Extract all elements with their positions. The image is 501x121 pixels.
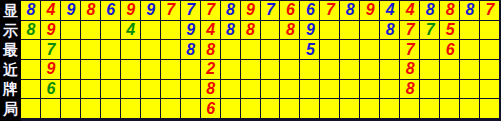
round-digit: 8: [186, 42, 194, 58]
grid-cell-r5c16: [320, 80, 339, 99]
grid-cell-r2c15: 9: [300, 21, 319, 40]
grid-cell-r6c13: [261, 99, 280, 118]
grid-cell-r3c2: 7: [41, 40, 60, 59]
grid-cell-r3c21: [420, 40, 439, 59]
grid-cell-r2c21: 7: [420, 21, 439, 40]
round-digit: 5: [306, 42, 314, 58]
grid-cell-r5c13: [261, 80, 280, 99]
grid-cell-r6c3: [61, 99, 80, 118]
grid-cell-r1c20: 4: [400, 1, 419, 20]
grid-cell-r2c14: 8: [280, 21, 299, 40]
grid-cell-r2c2: 9: [41, 21, 60, 40]
grid-cell-r1c3: 9: [61, 1, 80, 20]
round-digit: 7: [426, 22, 434, 38]
grid-cell-r5c18: [360, 80, 379, 99]
round-digit: 8: [86, 2, 94, 18]
round-digit: 8: [226, 2, 234, 18]
grid-cell-r5c12: [241, 80, 260, 99]
round-digit: 7: [406, 22, 414, 38]
grid-cell-r6c21: [420, 99, 439, 118]
round-digit: 8: [406, 81, 414, 97]
round-digit: 4: [206, 22, 214, 38]
grid-cell-r3c7: [141, 40, 160, 59]
grid-cell-r1c1: 8: [21, 1, 40, 20]
grid-cell-r3c4: [81, 40, 100, 59]
round-digit: 6: [106, 2, 114, 18]
grid-cell-r1c17: 8: [340, 1, 359, 20]
grid-cell-r6c19: [380, 99, 399, 118]
grid-cell-r1c12: 9: [241, 1, 260, 20]
grid-cell-r4c3: [61, 60, 80, 79]
grid-cell-r4c2: 9: [41, 60, 60, 79]
grid-cell-r3c13: [261, 40, 280, 59]
grid-cell-r5c3: [61, 80, 80, 99]
grid-cell-r1c2: 4: [41, 1, 60, 20]
round-digit: 7: [186, 2, 194, 18]
rounds-grid: 8498699777897667894488878949488898775788…: [21, 0, 501, 121]
round-digit: 8: [426, 2, 434, 18]
round-digit: 9: [366, 2, 374, 18]
grid-cell-r5c5: [101, 80, 120, 99]
grid-cell-r4c23: [460, 60, 479, 79]
grid-cell-r6c15: [300, 99, 319, 118]
grid-cell-r2c5: [101, 21, 120, 40]
grid-cell-r4c9: [181, 60, 200, 79]
panel-title-vertical: 显 示 最 近 牌 局: [0, 0, 21, 121]
grid-cell-r4c5: [101, 60, 120, 79]
grid-cell-r6c8: [161, 99, 180, 118]
grid-cell-r1c18: 9: [360, 1, 379, 20]
grid-cell-r3c15: 5: [300, 40, 319, 59]
grid-cell-r3c3: [61, 40, 80, 59]
grid-cell-r3c12: [241, 40, 260, 59]
round-digit: 7: [166, 2, 174, 18]
grid-cell-r6c16: [320, 99, 339, 118]
grid-cell-r5c23: [460, 80, 479, 99]
round-digit: 6: [306, 2, 314, 18]
grid-cell-r5c7: [141, 80, 160, 99]
grid-cell-r4c24: [480, 60, 499, 79]
title-char-2: 示: [0, 21, 21, 41]
grid-cell-r4c4: [81, 60, 100, 79]
grid-cell-r4c20: 8: [400, 60, 419, 79]
grid-cell-r4c19: [380, 60, 399, 79]
grid-cell-r6c12: [241, 99, 260, 118]
round-digit: 6: [286, 2, 294, 18]
round-digit: 9: [186, 22, 194, 38]
grid-cell-r1c22: 8: [440, 1, 459, 20]
grid-cell-r2c8: [161, 21, 180, 40]
grid-cell-r3c19: [380, 40, 399, 59]
grid-cell-r6c17: [340, 99, 359, 118]
round-digit: 8: [226, 22, 234, 38]
grid-cell-r1c24: 7: [480, 1, 499, 20]
grid-cell-r2c3: [61, 21, 80, 40]
grid-cell-r1c13: 7: [261, 1, 280, 20]
grid-cell-r3c23: [460, 40, 479, 59]
grid-cell-r3c16: [320, 40, 339, 59]
grid-cell-r1c4: 8: [81, 1, 100, 20]
grid-cell-r4c21: [420, 60, 439, 79]
grid-cell-r4c17: [340, 60, 359, 79]
grid-cell-r1c21: 8: [420, 1, 439, 20]
grid-cell-r3c20: 7: [400, 40, 419, 59]
grid-cell-r5c20: 8: [400, 80, 419, 99]
grid-cell-r6c18: [360, 99, 379, 118]
grid-cell-r5c9: [181, 80, 200, 99]
round-digit: 7: [406, 42, 414, 58]
grid-cell-r4c6: [121, 60, 140, 79]
round-digit: 8: [27, 22, 35, 38]
grid-cell-r2c16: [320, 21, 339, 40]
grid-cell-r2c12: 8: [241, 21, 260, 40]
round-digit: 9: [126, 2, 134, 18]
round-digit: 8: [446, 2, 454, 18]
round-digit: 7: [266, 2, 274, 18]
grid-cell-r3c11: [221, 40, 240, 59]
grid-cell-r5c21: [420, 80, 439, 99]
round-digit: 8: [406, 61, 414, 77]
grid-cell-r1c7: 9: [141, 1, 160, 20]
grid-cell-r2c10: 4: [201, 21, 220, 40]
grid-cell-r6c20: [400, 99, 419, 118]
grid-cell-r4c22: [440, 60, 459, 79]
round-digit: 2: [206, 61, 214, 77]
grid-cell-r3c8: [161, 40, 180, 59]
round-digit: 8: [346, 2, 354, 18]
grid-cell-r4c12: [241, 60, 260, 79]
grid-cell-r2c17: [340, 21, 359, 40]
grid-cell-r3c22: 6: [440, 40, 459, 59]
grid-cell-r5c22: [440, 80, 459, 99]
round-digit: 9: [46, 22, 54, 38]
grid-cell-r6c1: [21, 99, 40, 118]
grid-cell-r1c19: 4: [380, 1, 399, 20]
grid-cell-r6c24: [480, 99, 499, 118]
round-digit: 7: [326, 2, 334, 18]
grid-cell-r1c8: 7: [161, 1, 180, 20]
grid-cell-r3c10: 8: [201, 40, 220, 59]
round-digit: 7: [206, 2, 214, 18]
round-digit: 9: [66, 2, 74, 18]
grid-cell-r6c7: [141, 99, 160, 118]
round-digit: 9: [46, 61, 54, 77]
grid-cell-r4c16: [320, 60, 339, 79]
grid-cell-r1c9: 7: [181, 1, 200, 20]
grid-cell-r2c13: [261, 21, 280, 40]
grid-cell-r5c15: [300, 80, 319, 99]
grid-cell-r5c17: [340, 80, 359, 99]
recent-rounds-panel: 显 示 最 近 牌 局 8498699777897667894488878949…: [0, 0, 501, 121]
grid-cell-r3c9: 8: [181, 40, 200, 59]
grid-cell-r5c2: 6: [41, 80, 60, 99]
title-char-1: 显: [0, 1, 21, 21]
round-digit: 4: [46, 2, 54, 18]
grid-cell-r4c7: [141, 60, 160, 79]
round-digit: 6: [446, 42, 454, 58]
grid-cell-r5c10: 8: [201, 80, 220, 99]
round-digit: 4: [126, 22, 134, 38]
grid-cell-r6c5: [101, 99, 120, 118]
grid-cell-r3c18: [360, 40, 379, 59]
grid-cell-r2c24: [480, 21, 499, 40]
grid-cell-r2c1: 8: [21, 21, 40, 40]
round-digit: 8: [206, 81, 214, 97]
grid-cell-r6c9: [181, 99, 200, 118]
grid-cell-r4c13: [261, 60, 280, 79]
grid-cell-r3c14: [280, 40, 299, 59]
grid-cell-r4c11: [221, 60, 240, 79]
round-digit: 8: [27, 2, 35, 18]
grid-cell-r6c4: [81, 99, 100, 118]
round-digit: 4: [406, 2, 414, 18]
grid-cell-r6c11: [221, 99, 240, 118]
grid-cell-r6c6: [121, 99, 140, 118]
title-char-6: 局: [0, 99, 21, 119]
grid-cell-r1c15: 6: [300, 1, 319, 20]
grid-cell-r1c23: 8: [460, 1, 479, 20]
round-digit: 8: [206, 42, 214, 58]
grid-cell-r1c16: 7: [320, 1, 339, 20]
grid-cell-r6c22: [440, 99, 459, 118]
grid-cell-r5c24: [480, 80, 499, 99]
grid-cell-r3c1: [21, 40, 40, 59]
grid-cell-r4c15: [300, 60, 319, 79]
grid-cell-r2c22: 5: [440, 21, 459, 40]
grid-cell-r3c6: [121, 40, 140, 59]
title-char-3: 最: [0, 40, 21, 60]
grid-cell-r2c20: 7: [400, 21, 419, 40]
round-digit: 7: [486, 2, 494, 18]
round-digit: 7: [46, 42, 54, 58]
round-digit: 8: [466, 2, 474, 18]
grid-cell-r1c14: 6: [280, 1, 299, 20]
grid-cell-r4c10: 2: [201, 60, 220, 79]
round-digit: 8: [246, 22, 254, 38]
grid-cell-r6c2: [41, 99, 60, 118]
grid-cell-r2c19: 8: [380, 21, 399, 40]
round-digit: 6: [206, 101, 214, 117]
grid-cell-r4c1: [21, 60, 40, 79]
grid-cell-r6c14: [280, 99, 299, 118]
grid-cell-r3c5: [101, 40, 120, 59]
grid-cell-r3c24: [480, 40, 499, 59]
grid-cell-r2c9: 9: [181, 21, 200, 40]
grid-cell-r4c18: [360, 60, 379, 79]
grid-cell-r5c8: [161, 80, 180, 99]
grid-cell-r2c4: [81, 21, 100, 40]
round-digit: 6: [46, 81, 54, 97]
grid-cell-r5c4: [81, 80, 100, 99]
grid-cell-r5c11: [221, 80, 240, 99]
grid-cell-r1c6: 9: [121, 1, 140, 20]
round-digit: 8: [386, 22, 394, 38]
grid-cell-r6c10: 6: [201, 99, 220, 118]
grid-cell-r4c8: [161, 60, 180, 79]
grid-cell-r5c6: [121, 80, 140, 99]
grid-cell-r1c5: 6: [101, 1, 120, 20]
grid-cell-r2c23: [460, 21, 479, 40]
round-digit: 8: [286, 22, 294, 38]
grid-cell-r2c11: 8: [221, 21, 240, 40]
grid-cell-r3c17: [340, 40, 359, 59]
grid-cell-r5c19: [380, 80, 399, 99]
grid-cell-r4c14: [280, 60, 299, 79]
grid-cell-r1c10: 7: [201, 1, 220, 20]
title-char-4: 近: [0, 60, 21, 80]
round-digit: 9: [146, 2, 154, 18]
round-digit: 5: [446, 22, 454, 38]
round-digit: 9: [246, 2, 254, 18]
round-digit: 9: [306, 22, 314, 38]
grid-cell-r5c14: [280, 80, 299, 99]
grid-cell-r2c7: [141, 21, 160, 40]
title-char-5: 牌: [0, 79, 21, 99]
grid-cell-r6c23: [460, 99, 479, 118]
grid-cell-r5c1: [21, 80, 40, 99]
grid-cell-r2c6: 4: [121, 21, 140, 40]
grid-cell-r1c11: 8: [221, 1, 240, 20]
round-digit: 4: [386, 2, 394, 18]
grid-cell-r2c18: [360, 21, 379, 40]
